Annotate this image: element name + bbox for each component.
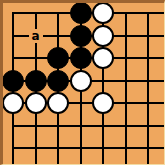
black-stone: [47, 47, 69, 69]
grid-line: [147, 12, 149, 164]
black-stone: [70, 2, 92, 24]
white-stone: [92, 25, 114, 47]
black-stone: [47, 70, 69, 92]
white-stone: [25, 92, 47, 114]
white-stone: [92, 92, 114, 114]
white-stone: [70, 70, 92, 92]
black-stone: [2, 70, 24, 92]
grid-line: [125, 12, 127, 164]
white-stone: [2, 92, 24, 114]
black-stone: [70, 47, 92, 69]
white-stone: [92, 47, 114, 69]
point-label-a: a: [29, 29, 43, 43]
white-stone: [92, 2, 114, 24]
white-stone: [47, 92, 69, 114]
go-diagram: a: [0, 0, 165, 165]
black-stone: [70, 25, 92, 47]
go-board: a: [0, 0, 165, 165]
black-stone: [25, 70, 47, 92]
